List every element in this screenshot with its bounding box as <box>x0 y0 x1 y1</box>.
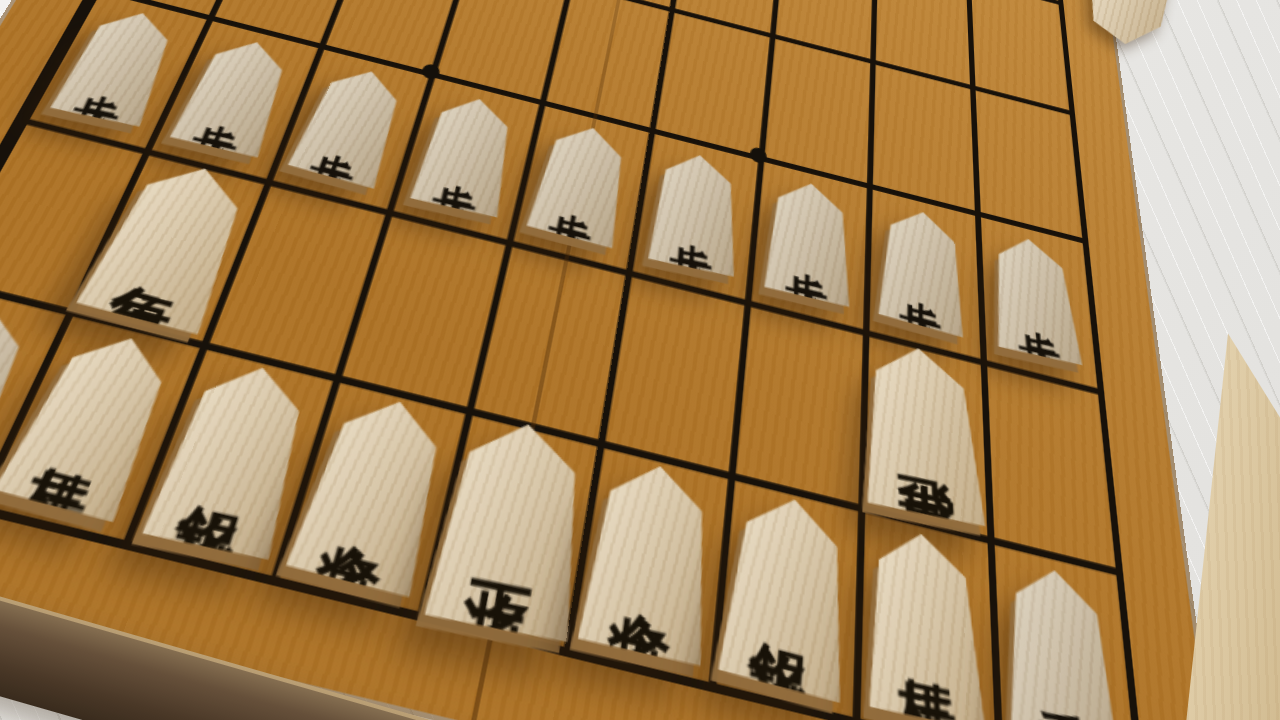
piece-kanji: 桂馬 <box>895 601 953 643</box>
piece-kanji: 銀将 <box>199 432 270 473</box>
piece-face: 香車 <box>1083 0 1176 48</box>
piece-kanji: 歩兵 <box>211 79 262 108</box>
piece-kanji: 金将 <box>340 465 409 509</box>
piece-pawn-4g[interactable]: 歩兵 <box>648 147 740 277</box>
piece-kanji: 銀将 <box>756 566 818 612</box>
piece-kanji: 香車 <box>1031 633 1086 677</box>
shogi-board-photo: 歩兵歩兵歩兵歩兵歩兵歩兵歩兵歩兵歩兵角行飛車香車桂馬銀将金将王将金将銀将桂馬香車… <box>0 0 1280 720</box>
piece-kanji: 王将 <box>477 500 549 542</box>
piece-pawn-6g[interactable]: 歩兵 <box>410 90 520 218</box>
board-perspective-wrapper: 歩兵歩兵歩兵歩兵歩兵歩兵歩兵歩兵歩兵角行飛車香車桂馬銀将金将王将金将銀将桂馬香車 <box>9 0 1251 720</box>
square-3g[interactable]: 歩兵 <box>745 155 867 329</box>
piece-face: 歩兵 <box>989 230 1082 365</box>
piece-kanji: 歩兵 <box>673 195 717 224</box>
square-8h[interactable]: 角行 <box>69 148 267 341</box>
piece-pawn-5g[interactable]: 歩兵 <box>527 118 634 249</box>
square-4g[interactable]: 歩兵 <box>626 128 758 300</box>
piece-face: 香車 <box>1004 557 1118 720</box>
piece-face: 歩兵 <box>410 90 520 218</box>
piece-face: 歩兵 <box>878 201 962 337</box>
piece-face: 飛車 <box>865 337 985 526</box>
piece-pawn-1g[interactable]: 歩兵 <box>989 230 1082 365</box>
piece-kanji: 歩兵 <box>900 251 943 283</box>
piece-kanji: 歩兵 <box>327 107 377 138</box>
piece-face: 銀将 <box>719 484 850 702</box>
board-grid[interactable]: 歩兵歩兵歩兵歩兵歩兵歩兵歩兵歩兵歩兵角行飛車香車桂馬銀将金将王将金将銀将桂馬香車 <box>0 0 1147 720</box>
piece-bishop-8h[interactable]: 角行 <box>76 154 260 334</box>
piece-rook-2h[interactable]: 飛車 <box>865 337 985 526</box>
piece-face: 桂馬 <box>868 522 985 720</box>
piece-kanji: 歩兵 <box>558 166 605 197</box>
shogi-board[interactable]: 歩兵歩兵歩兵歩兵歩兵歩兵歩兵歩兵歩兵角行飛車香車桂馬銀将金将王将金将銀将桂馬香車 <box>0 0 1231 720</box>
piece-kanji: 歩兵 <box>787 224 830 254</box>
square-1i[interactable]: 香車 <box>987 536 1137 720</box>
square-2h[interactable]: 飛車 <box>859 329 988 536</box>
piece-face: 歩兵 <box>288 61 412 189</box>
square-2g[interactable]: 歩兵 <box>863 183 980 359</box>
square-3i[interactable]: 銀将 <box>709 472 859 717</box>
piece-lance-1i[interactable]: 香車 <box>1004 557 1118 720</box>
square-1g[interactable]: 歩兵 <box>975 211 1098 389</box>
piece-pawn-3g[interactable]: 歩兵 <box>764 174 851 307</box>
square-2i[interactable]: 桂馬 <box>853 504 996 720</box>
piece-kanji: 歩兵 <box>93 50 146 78</box>
piece-gold-4i[interactable]: 金将 <box>579 453 717 665</box>
piece-pawn-2g[interactable]: 歩兵 <box>878 201 962 337</box>
piece-face: 歩兵 <box>648 147 740 277</box>
piece-pawn-7g[interactable]: 歩兵 <box>288 61 412 189</box>
piece-face: 歩兵 <box>764 174 851 307</box>
piece-knight-2i[interactable]: 桂馬 <box>868 522 985 720</box>
piece-kanji: 歩兵 <box>443 137 491 166</box>
piece-face: 金将 <box>579 453 717 665</box>
piece-face: 角行 <box>76 154 260 334</box>
piece-kanji: 金将 <box>619 533 683 576</box>
piece-kanji: 角行 <box>138 222 207 260</box>
piece-kanji: 歩兵 <box>1012 281 1056 311</box>
piece-gote-cropped[interactable]: 香車 <box>1083 0 1176 48</box>
piece-face: 歩兵 <box>527 118 634 249</box>
piece-silver-3i[interactable]: 銀将 <box>719 484 850 702</box>
piece-kanji: 桂馬 <box>59 397 130 440</box>
piece-kanji: 飛車 <box>894 410 952 447</box>
